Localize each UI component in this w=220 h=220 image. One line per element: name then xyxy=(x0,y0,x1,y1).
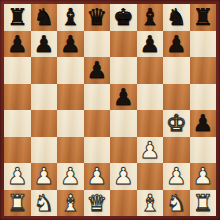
square-d2[interactable]: ♟ xyxy=(84,163,111,190)
black-rook[interactable]: ♜ xyxy=(7,4,28,30)
square-a1[interactable]: ♜ xyxy=(4,190,31,217)
black-pawn[interactable]: ♟ xyxy=(33,31,54,57)
square-b6[interactable] xyxy=(31,57,58,84)
square-h5[interactable] xyxy=(190,84,217,111)
square-e2[interactable]: ♟ xyxy=(110,163,137,190)
square-e5[interactable]: ♟ xyxy=(110,84,137,111)
square-c5[interactable] xyxy=(57,84,84,111)
square-a8[interactable]: ♜ xyxy=(4,4,31,31)
square-b7[interactable]: ♟ xyxy=(31,31,58,58)
black-pawn[interactable]: ♟ xyxy=(192,110,213,136)
square-d3[interactable] xyxy=(84,137,111,164)
white-pawn[interactable]: ♟ xyxy=(166,163,187,189)
square-b1[interactable]: ♞ xyxy=(31,190,58,217)
white-rook[interactable]: ♜ xyxy=(7,190,28,216)
square-a3[interactable] xyxy=(4,137,31,164)
square-e6[interactable] xyxy=(110,57,137,84)
white-queen[interactable]: ♛ xyxy=(86,190,107,216)
square-c2[interactable]: ♟ xyxy=(57,163,84,190)
square-e4[interactable] xyxy=(110,110,137,137)
square-f7[interactable]: ♟ xyxy=(137,31,164,58)
board-frame: ♜♞♝♛♚♝♞♜♟♟♟♟♟♟♟♚♟♟♟♟♟♟♟♟♟♜♞♝♛♝♞♜ xyxy=(0,0,220,220)
black-pawn[interactable]: ♟ xyxy=(113,84,134,110)
square-g5[interactable] xyxy=(163,84,190,111)
white-pawn[interactable]: ♟ xyxy=(60,163,81,189)
black-rook[interactable]: ♜ xyxy=(192,4,213,30)
white-pawn[interactable]: ♟ xyxy=(33,163,54,189)
white-knight[interactable]: ♞ xyxy=(33,190,54,216)
square-c8[interactable]: ♝ xyxy=(57,4,84,31)
square-f8[interactable]: ♝ xyxy=(137,4,164,31)
black-pawn[interactable]: ♟ xyxy=(139,31,160,57)
square-f5[interactable] xyxy=(137,84,164,111)
square-a5[interactable] xyxy=(4,84,31,111)
square-a7[interactable]: ♟ xyxy=(4,31,31,58)
square-b4[interactable] xyxy=(31,110,58,137)
square-f1[interactable]: ♝ xyxy=(137,190,164,217)
square-e8[interactable]: ♚ xyxy=(110,4,137,31)
square-h1[interactable]: ♜ xyxy=(190,190,217,217)
black-pawn[interactable]: ♟ xyxy=(7,31,28,57)
square-c6[interactable] xyxy=(57,57,84,84)
square-h4[interactable]: ♟ xyxy=(190,110,217,137)
square-e3[interactable] xyxy=(110,137,137,164)
square-d8[interactable]: ♛ xyxy=(84,4,111,31)
square-c7[interactable]: ♟ xyxy=(57,31,84,58)
square-f3[interactable]: ♟ xyxy=(137,137,164,164)
white-bishop[interactable]: ♝ xyxy=(139,190,160,216)
square-d7[interactable] xyxy=(84,31,111,58)
white-rook[interactable]: ♜ xyxy=(192,190,213,216)
square-g3[interactable] xyxy=(163,137,190,164)
square-d6[interactable]: ♟ xyxy=(84,57,111,84)
chess-board: ♜♞♝♛♚♝♞♜♟♟♟♟♟♟♟♚♟♟♟♟♟♟♟♟♟♜♞♝♛♝♞♜ xyxy=(4,4,216,216)
square-g1[interactable]: ♞ xyxy=(163,190,190,217)
square-a2[interactable]: ♟ xyxy=(4,163,31,190)
white-pawn[interactable]: ♟ xyxy=(192,163,213,189)
square-a4[interactable] xyxy=(4,110,31,137)
black-pawn[interactable]: ♟ xyxy=(60,31,81,57)
square-h6[interactable] xyxy=(190,57,217,84)
square-h2[interactable]: ♟ xyxy=(190,163,217,190)
square-h3[interactable] xyxy=(190,137,217,164)
square-f2[interactable] xyxy=(137,163,164,190)
square-g7[interactable]: ♟ xyxy=(163,31,190,58)
black-pawn[interactable]: ♟ xyxy=(86,57,107,83)
square-b3[interactable] xyxy=(31,137,58,164)
square-c4[interactable] xyxy=(57,110,84,137)
white-king[interactable]: ♚ xyxy=(166,110,187,136)
black-knight[interactable]: ♞ xyxy=(166,4,187,30)
square-g2[interactable]: ♟ xyxy=(163,163,190,190)
square-g6[interactable] xyxy=(163,57,190,84)
black-queen[interactable]: ♛ xyxy=(86,4,107,30)
square-h7[interactable] xyxy=(190,31,217,58)
white-bishop[interactable]: ♝ xyxy=(60,190,81,216)
square-d1[interactable]: ♛ xyxy=(84,190,111,217)
square-f4[interactable] xyxy=(137,110,164,137)
black-bishop[interactable]: ♝ xyxy=(139,4,160,30)
square-h8[interactable]: ♜ xyxy=(190,4,217,31)
square-d4[interactable] xyxy=(84,110,111,137)
white-knight[interactable]: ♞ xyxy=(166,190,187,216)
square-c1[interactable]: ♝ xyxy=(57,190,84,217)
white-pawn[interactable]: ♟ xyxy=(139,137,160,163)
square-c3[interactable] xyxy=(57,137,84,164)
black-pawn[interactable]: ♟ xyxy=(166,31,187,57)
square-d5[interactable] xyxy=(84,84,111,111)
square-e1[interactable] xyxy=(110,190,137,217)
black-knight[interactable]: ♞ xyxy=(33,4,54,30)
white-pawn[interactable]: ♟ xyxy=(86,163,107,189)
square-b8[interactable]: ♞ xyxy=(31,4,58,31)
square-e7[interactable] xyxy=(110,31,137,58)
square-f6[interactable] xyxy=(137,57,164,84)
square-g4[interactable]: ♚ xyxy=(163,110,190,137)
white-pawn[interactable]: ♟ xyxy=(113,163,134,189)
white-pawn[interactable]: ♟ xyxy=(7,163,28,189)
black-bishop[interactable]: ♝ xyxy=(60,4,81,30)
square-b5[interactable] xyxy=(31,84,58,111)
square-g8[interactable]: ♞ xyxy=(163,4,190,31)
square-a6[interactable] xyxy=(4,57,31,84)
black-king[interactable]: ♚ xyxy=(113,4,134,30)
square-b2[interactable]: ♟ xyxy=(31,163,58,190)
